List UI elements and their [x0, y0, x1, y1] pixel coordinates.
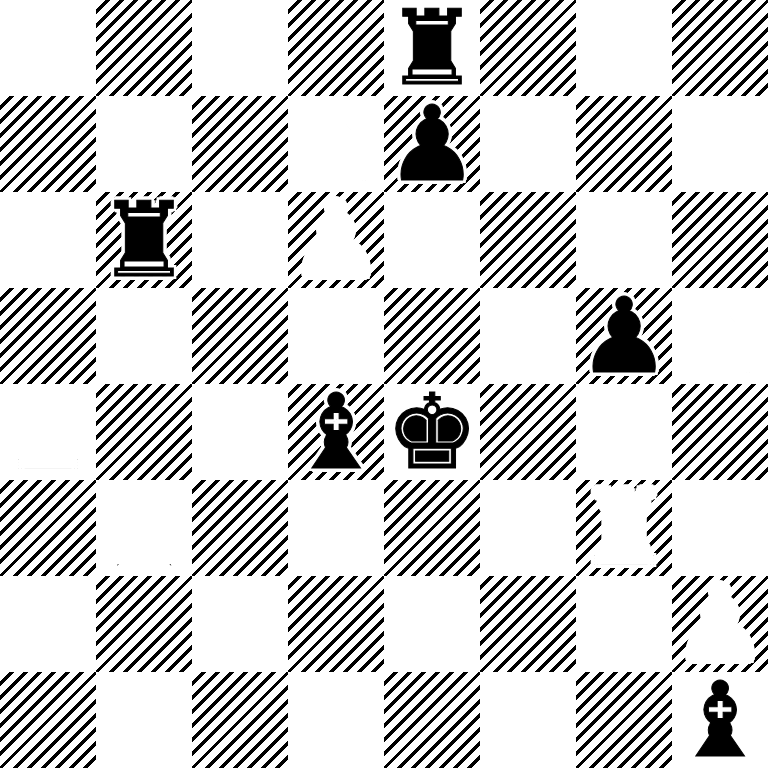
square-c7[interactable]: [192, 96, 288, 192]
white-pawn-d6[interactable]: ♟: [289, 192, 382, 288]
square-d5[interactable]: [288, 288, 384, 384]
square-b3[interactable]: ♝: [96, 480, 192, 576]
black-pawn-g5[interactable]: ♟: [577, 288, 670, 384]
square-e7[interactable]: ♟: [384, 96, 480, 192]
square-f2[interactable]: [480, 576, 576, 672]
square-d8[interactable]: [288, 0, 384, 96]
square-e6[interactable]: [384, 192, 480, 288]
chess-board: ♜♞♟♜♟♟♟♟♞♜♝♚♟♝♜♟♚♝: [0, 0, 768, 768]
square-e3[interactable]: [384, 480, 480, 576]
square-a6[interactable]: [0, 192, 96, 288]
square-f7[interactable]: [480, 96, 576, 192]
white-pawn-g6[interactable]: ♟: [577, 192, 670, 288]
square-b8[interactable]: [96, 0, 192, 96]
square-f5[interactable]: [480, 288, 576, 384]
square-a5[interactable]: [0, 288, 96, 384]
white-pawn-g4[interactable]: ♟: [577, 384, 670, 480]
square-e4[interactable]: ♚: [384, 384, 480, 480]
square-d1[interactable]: [288, 672, 384, 768]
square-e5[interactable]: [384, 288, 480, 384]
square-g1[interactable]: [576, 672, 672, 768]
square-g7[interactable]: [576, 96, 672, 192]
square-d2[interactable]: [288, 576, 384, 672]
square-c2[interactable]: [192, 576, 288, 672]
square-c4[interactable]: [192, 384, 288, 480]
square-f6[interactable]: [480, 192, 576, 288]
square-b7[interactable]: [96, 96, 192, 192]
square-h2[interactable]: ♟: [672, 576, 768, 672]
square-f4[interactable]: [480, 384, 576, 480]
square-d4[interactable]: ♝: [288, 384, 384, 480]
square-f1[interactable]: [480, 672, 576, 768]
square-c1[interactable]: [192, 672, 288, 768]
square-b2[interactable]: [96, 576, 192, 672]
white-knight-d7[interactable]: ♞: [289, 96, 382, 192]
square-e1[interactable]: [384, 672, 480, 768]
square-c5[interactable]: [192, 288, 288, 384]
square-a2[interactable]: [0, 576, 96, 672]
square-a1[interactable]: [0, 672, 96, 768]
black-bishop-h1[interactable]: ♝: [673, 672, 766, 768]
square-e8[interactable]: ♜: [384, 0, 480, 96]
square-h1[interactable]: ♝: [672, 672, 768, 768]
square-a3[interactable]: [0, 480, 96, 576]
white-pawn-h2[interactable]: ♟: [673, 576, 766, 672]
white-rook-g3[interactable]: ♜: [577, 480, 670, 576]
white-king-b1[interactable]: ♚: [97, 672, 190, 768]
black-bishop-d4[interactable]: ♝: [289, 384, 382, 480]
square-b5[interactable]: ♟: [96, 288, 192, 384]
square-f3[interactable]: [480, 480, 576, 576]
square-g4[interactable]: ♟: [576, 384, 672, 480]
square-d7[interactable]: ♞: [288, 96, 384, 192]
square-b1[interactable]: ♚: [96, 672, 192, 768]
square-a7[interactable]: [0, 96, 96, 192]
white-pawn-b5[interactable]: ♟: [97, 288, 190, 384]
white-knight-h5[interactable]: ♞: [673, 288, 766, 384]
square-e2[interactable]: [384, 576, 480, 672]
square-c8[interactable]: [192, 0, 288, 96]
square-b4[interactable]: [96, 384, 192, 480]
white-rook-a4[interactable]: ♜: [1, 384, 94, 480]
square-g8[interactable]: [576, 0, 672, 96]
square-h5[interactable]: ♞: [672, 288, 768, 384]
black-rook-e8[interactable]: ♜: [385, 0, 478, 96]
chess-diagram: ♜♞♟♜♟♟♟♟♞♜♝♚♟♝♜♟♚♝: [0, 0, 768, 768]
square-h8[interactable]: [672, 0, 768, 96]
square-g2[interactable]: [576, 576, 672, 672]
square-h4[interactable]: [672, 384, 768, 480]
white-bishop-b3[interactable]: ♝: [97, 480, 190, 576]
square-h7[interactable]: [672, 96, 768, 192]
square-h6[interactable]: [672, 192, 768, 288]
square-c3[interactable]: [192, 480, 288, 576]
square-c6[interactable]: [192, 192, 288, 288]
square-g6[interactable]: ♟: [576, 192, 672, 288]
square-a4[interactable]: ♜: [0, 384, 96, 480]
square-h3[interactable]: [672, 480, 768, 576]
black-pawn-e7[interactable]: ♟: [385, 96, 478, 192]
square-g3[interactable]: ♜: [576, 480, 672, 576]
square-d3[interactable]: [288, 480, 384, 576]
square-g5[interactable]: ♟: [576, 288, 672, 384]
black-rook-b6[interactable]: ♜: [97, 192, 190, 288]
square-d6[interactable]: ♟: [288, 192, 384, 288]
square-f8[interactable]: [480, 0, 576, 96]
square-a8[interactable]: [0, 0, 96, 96]
square-b6[interactable]: ♜: [96, 192, 192, 288]
black-king-e4[interactable]: ♚: [385, 384, 478, 480]
